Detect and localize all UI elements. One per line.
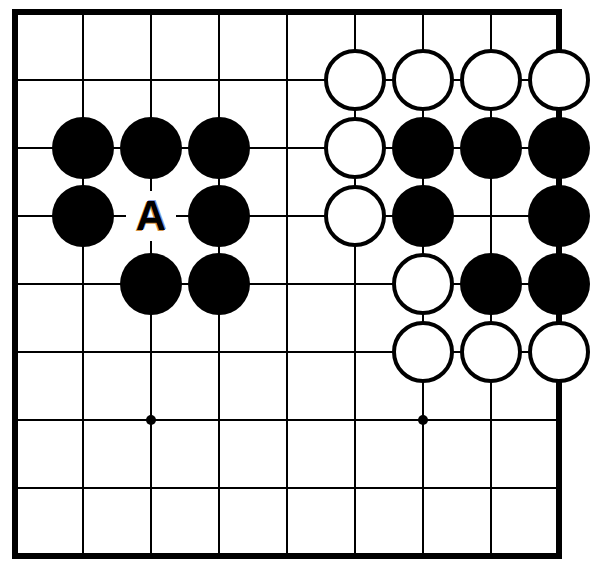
point-8-2[interactable] — [525, 114, 593, 182]
grid-line-vertical — [490, 454, 492, 522]
grid-line-vertical — [82, 454, 84, 522]
grid-line-vertical — [286, 454, 288, 522]
point-2-1[interactable] — [117, 46, 185, 114]
grid-line-vertical — [422, 9, 424, 46]
grid-line-vertical — [218, 318, 220, 386]
grid-line-vertical — [286, 522, 288, 559]
grid-line-vertical — [286, 386, 288, 454]
point-6-7[interactable] — [389, 454, 457, 522]
grid-line-vertical — [286, 182, 288, 250]
star-point — [146, 415, 156, 425]
grid-line-vertical — [82, 46, 84, 114]
grid-line-vertical — [286, 250, 288, 318]
point-7-3[interactable] — [457, 182, 525, 250]
white-stone — [324, 117, 386, 179]
point-7-5[interactable] — [457, 318, 525, 386]
point-3-1[interactable] — [185, 46, 253, 114]
point-2-8[interactable] — [117, 522, 185, 572]
black-stone — [188, 253, 250, 315]
grid-line-vertical — [354, 522, 356, 559]
point-5-0[interactable] — [321, 0, 389, 46]
grid-line-vertical — [82, 9, 84, 46]
point-4-7[interactable] — [253, 454, 321, 522]
point-0-4[interactable] — [0, 250, 49, 318]
black-stone — [460, 253, 522, 315]
white-stone — [392, 49, 454, 111]
point-6-5[interactable] — [389, 318, 457, 386]
grid-line-vertical — [354, 386, 356, 454]
grid-line-vertical — [490, 386, 492, 454]
point-1-2[interactable] — [49, 114, 117, 182]
point-1-8[interactable] — [49, 522, 117, 572]
white-stone — [460, 49, 522, 111]
point-5-5[interactable] — [321, 318, 389, 386]
grid-line-vertical — [286, 114, 288, 182]
point-8-5[interactable] — [525, 318, 593, 386]
point-3-2[interactable] — [185, 114, 253, 182]
go-board: A — [0, 0, 593, 572]
point-4-0[interactable] — [253, 0, 321, 46]
grid-line-vertical — [218, 9, 220, 46]
grid-line-vertical — [354, 454, 356, 522]
black-stone — [528, 185, 590, 247]
point-5-3[interactable] — [321, 182, 389, 250]
grid-line-vertical — [82, 250, 84, 318]
point-3-6[interactable] — [185, 386, 253, 454]
point-3-7[interactable] — [185, 454, 253, 522]
point-6-3[interactable] — [389, 182, 457, 250]
point-4-5[interactable] — [253, 318, 321, 386]
grid-line-vertical — [556, 522, 562, 559]
point-3-0[interactable] — [185, 0, 253, 46]
point-4-4[interactable] — [253, 250, 321, 318]
point-4-8[interactable] — [253, 522, 321, 572]
point-5-4[interactable] — [321, 250, 389, 318]
point-0-3[interactable] — [0, 182, 49, 250]
point-3-5[interactable] — [185, 318, 253, 386]
black-stone — [188, 117, 250, 179]
grid-line-vertical — [12, 46, 18, 114]
white-stone — [392, 253, 454, 315]
grid-line-vertical — [286, 46, 288, 114]
point-1-5[interactable] — [49, 318, 117, 386]
black-stone — [120, 253, 182, 315]
grid-line-vertical — [556, 454, 562, 522]
grid-line-vertical — [286, 9, 288, 46]
grid-line-vertical — [490, 182, 492, 250]
white-stone — [528, 49, 590, 111]
point-5-6[interactable] — [321, 386, 389, 454]
grid-line-vertical — [218, 386, 220, 454]
point-8-0[interactable] — [525, 0, 593, 46]
black-stone — [528, 253, 590, 315]
grid-line-vertical — [150, 318, 152, 386]
point-4-1[interactable] — [253, 46, 321, 114]
grid-line-vertical — [82, 522, 84, 559]
point-3-4[interactable] — [185, 250, 253, 318]
point-8-8[interactable] — [525, 522, 593, 572]
point-1-4[interactable] — [49, 250, 117, 318]
grid-line-vertical — [150, 46, 152, 114]
white-stone — [528, 321, 590, 383]
point-7-1[interactable] — [457, 46, 525, 114]
point-2-4[interactable] — [117, 250, 185, 318]
point-8-1[interactable] — [525, 46, 593, 114]
point-5-8[interactable] — [321, 522, 389, 572]
white-stone — [324, 49, 386, 111]
black-stone — [52, 185, 114, 247]
grid-line-vertical — [150, 522, 152, 559]
point-7-4[interactable] — [457, 250, 525, 318]
white-stone — [392, 321, 454, 383]
black-stone — [528, 117, 590, 179]
grid-line-vertical — [556, 9, 562, 46]
point-8-4[interactable] — [525, 250, 593, 318]
point-8-3[interactable] — [525, 182, 593, 250]
grid-line-vertical — [354, 250, 356, 318]
point-4-6[interactable] — [253, 386, 321, 454]
point-8-6[interactable] — [525, 386, 593, 454]
point-2-7[interactable] — [117, 454, 185, 522]
grid-line-vertical — [12, 114, 18, 182]
point-1-6[interactable] — [49, 386, 117, 454]
point-5-7[interactable] — [321, 454, 389, 522]
black-stone — [392, 117, 454, 179]
point-1-1[interactable] — [49, 46, 117, 114]
grid-line-vertical — [12, 522, 18, 559]
grid-line-vertical — [218, 522, 220, 559]
point-0-7[interactable] — [0, 454, 49, 522]
point-6-2[interactable] — [389, 114, 457, 182]
grid-line-vertical — [218, 454, 220, 522]
grid-line-vertical — [12, 250, 18, 318]
point-6-8[interactable] — [389, 522, 457, 572]
go-diagram: A — [0, 0, 600, 572]
point-7-2[interactable] — [457, 114, 525, 182]
point-0-5[interactable] — [0, 318, 49, 386]
grid-line-vertical — [354, 318, 356, 386]
grid-line-vertical — [82, 318, 84, 386]
point-7-6[interactable] — [457, 386, 525, 454]
point-4-2[interactable] — [253, 114, 321, 182]
grid-line-vertical — [490, 9, 492, 46]
point-6-6[interactable] — [389, 386, 457, 454]
point-6-1[interactable] — [389, 46, 457, 114]
black-stone — [120, 117, 182, 179]
black-stone — [392, 185, 454, 247]
white-stone — [460, 321, 522, 383]
point-1-7[interactable] — [49, 454, 117, 522]
star-point — [418, 415, 428, 425]
grid-line-vertical — [354, 9, 356, 46]
point-3-8[interactable] — [185, 522, 253, 572]
point-2-6[interactable] — [117, 386, 185, 454]
black-stone — [460, 117, 522, 179]
black-stone — [188, 185, 250, 247]
grid-line-vertical — [422, 454, 424, 522]
point-2-2[interactable] — [117, 114, 185, 182]
grid-line-vertical — [12, 182, 18, 250]
grid-line-vertical — [490, 522, 492, 559]
point-6-4[interactable] — [389, 250, 457, 318]
point-8-7[interactable] — [525, 454, 593, 522]
point-0-8[interactable] — [0, 522, 49, 572]
point-7-7[interactable] — [457, 454, 525, 522]
grid-line-vertical — [150, 9, 152, 46]
point-0-0[interactable] — [0, 0, 49, 46]
point-7-8[interactable] — [457, 522, 525, 572]
point-3-3[interactable] — [185, 182, 253, 250]
point-2-5[interactable] — [117, 318, 185, 386]
white-stone — [324, 185, 386, 247]
grid-line-vertical — [286, 318, 288, 386]
grid-line-vertical — [12, 9, 18, 46]
point-6-0[interactable] — [389, 0, 457, 46]
point-1-0[interactable] — [49, 0, 117, 46]
point-7-0[interactable] — [457, 0, 525, 46]
grid-line-vertical — [12, 454, 18, 522]
grid-line-vertical — [150, 454, 152, 522]
point-5-2[interactable] — [321, 114, 389, 182]
point-5-1[interactable] — [321, 46, 389, 114]
point-0-1[interactable] — [0, 46, 49, 114]
point-4-3[interactable] — [253, 182, 321, 250]
point-2-0[interactable] — [117, 0, 185, 46]
point-label-a: A — [117, 182, 185, 250]
grid-line-vertical — [422, 522, 424, 559]
grid-line-vertical — [556, 386, 562, 454]
point-0-6[interactable] — [0, 386, 49, 454]
point-1-3[interactable] — [49, 182, 117, 250]
point-0-2[interactable] — [0, 114, 49, 182]
grid-line-vertical — [82, 386, 84, 454]
point-2-3[interactable]: A — [117, 182, 185, 250]
grid-line-vertical — [218, 46, 220, 114]
black-stone — [52, 117, 114, 179]
grid-line-vertical — [12, 318, 18, 386]
grid-line-vertical — [12, 386, 18, 454]
